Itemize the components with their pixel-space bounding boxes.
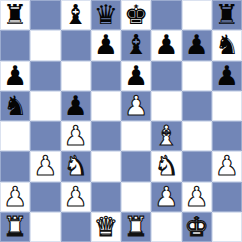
square-d4[interactable] bbox=[91, 121, 121, 151]
black-pawn[interactable]: ♟ bbox=[94, 30, 118, 60]
white-knight[interactable]: ♞ bbox=[154, 151, 178, 181]
white-pawn[interactable]: ♟ bbox=[185, 182, 209, 212]
square-g1[interactable]: ♚ bbox=[182, 212, 212, 242]
black-pawn[interactable]: ♟ bbox=[185, 30, 209, 60]
white-pawn[interactable]: ♟ bbox=[64, 182, 88, 212]
square-h3[interactable]: ♟ bbox=[212, 151, 242, 181]
square-c2[interactable]: ♟ bbox=[61, 182, 91, 212]
square-f3[interactable]: ♞ bbox=[151, 151, 181, 181]
white-pawn[interactable]: ♟ bbox=[124, 91, 148, 121]
square-d5[interactable] bbox=[91, 91, 121, 121]
white-pawn[interactable]: ♟ bbox=[33, 151, 57, 181]
square-h7[interactable]: ♞ bbox=[212, 30, 242, 60]
square-e3[interactable] bbox=[121, 151, 151, 181]
square-f8[interactable] bbox=[151, 0, 181, 30]
square-a6[interactable]: ♟ bbox=[0, 61, 30, 91]
black-pawn[interactable]: ♟ bbox=[154, 30, 178, 60]
square-g8[interactable] bbox=[182, 0, 212, 30]
square-e6[interactable]: ♟ bbox=[121, 61, 151, 91]
square-c1[interactable] bbox=[61, 212, 91, 242]
square-f4[interactable]: ♝ bbox=[151, 121, 181, 151]
square-e2[interactable] bbox=[121, 182, 151, 212]
square-b2[interactable] bbox=[30, 182, 60, 212]
square-b6[interactable] bbox=[30, 61, 60, 91]
black-pawn[interactable]: ♟ bbox=[215, 61, 239, 91]
square-f5[interactable] bbox=[151, 91, 181, 121]
black-rook[interactable]: ♜ bbox=[215, 0, 239, 30]
black-knight[interactable]: ♞ bbox=[215, 30, 239, 60]
black-queen[interactable]: ♛ bbox=[94, 0, 118, 30]
square-d7[interactable]: ♟ bbox=[91, 30, 121, 60]
square-c8[interactable]: ♝ bbox=[61, 0, 91, 30]
black-pawn[interactable]: ♟ bbox=[124, 61, 148, 91]
square-g5[interactable] bbox=[182, 91, 212, 121]
square-d3[interactable] bbox=[91, 151, 121, 181]
black-pawn[interactable]: ♟ bbox=[64, 91, 88, 121]
white-pawn[interactable]: ♟ bbox=[3, 182, 27, 212]
square-h2[interactable] bbox=[212, 182, 242, 212]
square-f6[interactable] bbox=[151, 61, 181, 91]
square-h5[interactable] bbox=[212, 91, 242, 121]
square-a5[interactable]: ♞ bbox=[0, 91, 30, 121]
white-pawn[interactable]: ♟ bbox=[154, 182, 178, 212]
square-h8[interactable]: ♜ bbox=[212, 0, 242, 30]
white-queen[interactable]: ♛ bbox=[94, 212, 118, 242]
black-knight[interactable]: ♞ bbox=[3, 91, 27, 121]
black-bishop[interactable]: ♝ bbox=[64, 0, 88, 30]
square-a1[interactable]: ♜ bbox=[0, 212, 30, 242]
square-b3[interactable]: ♟ bbox=[30, 151, 60, 181]
square-d8[interactable]: ♛ bbox=[91, 0, 121, 30]
black-pawn[interactable]: ♟ bbox=[3, 61, 27, 91]
square-f1[interactable] bbox=[151, 212, 181, 242]
white-pawn[interactable]: ♟ bbox=[64, 121, 88, 151]
white-rook[interactable]: ♜ bbox=[124, 212, 148, 242]
white-rook[interactable]: ♜ bbox=[3, 212, 27, 242]
square-b8[interactable] bbox=[30, 0, 60, 30]
square-c3[interactable]: ♞ bbox=[61, 151, 91, 181]
square-e5[interactable]: ♟ bbox=[121, 91, 151, 121]
square-b4[interactable] bbox=[30, 121, 60, 151]
square-e8[interactable]: ♚ bbox=[121, 0, 151, 30]
square-c4[interactable]: ♟ bbox=[61, 121, 91, 151]
square-a2[interactable]: ♟ bbox=[0, 182, 30, 212]
square-a4[interactable] bbox=[0, 121, 30, 151]
square-b1[interactable] bbox=[30, 212, 60, 242]
square-c5[interactable]: ♟ bbox=[61, 91, 91, 121]
square-e1[interactable]: ♜ bbox=[121, 212, 151, 242]
square-a3[interactable] bbox=[0, 151, 30, 181]
square-h1[interactable] bbox=[212, 212, 242, 242]
black-rook[interactable]: ♜ bbox=[3, 0, 27, 30]
square-e7[interactable]: ♝ bbox=[121, 30, 151, 60]
square-b5[interactable] bbox=[30, 91, 60, 121]
square-f7[interactable]: ♟ bbox=[151, 30, 181, 60]
white-knight[interactable]: ♞ bbox=[64, 151, 88, 181]
chess-board: ♜♝♛♚♜♟♝♟♟♞♟♟♟♞♟♟♟♝♟♞♞♟♟♟♟♟♜♛♜♚ bbox=[0, 0, 242, 242]
square-g2[interactable]: ♟ bbox=[182, 182, 212, 212]
square-f2[interactable]: ♟ bbox=[151, 182, 181, 212]
square-g4[interactable] bbox=[182, 121, 212, 151]
square-c6[interactable] bbox=[61, 61, 91, 91]
black-bishop[interactable]: ♝ bbox=[124, 30, 148, 60]
square-h4[interactable] bbox=[212, 121, 242, 151]
square-e4[interactable] bbox=[121, 121, 151, 151]
square-g6[interactable] bbox=[182, 61, 212, 91]
white-king[interactable]: ♚ bbox=[185, 212, 209, 242]
square-b7[interactable] bbox=[30, 30, 60, 60]
square-g7[interactable]: ♟ bbox=[182, 30, 212, 60]
square-d2[interactable] bbox=[91, 182, 121, 212]
black-king[interactable]: ♚ bbox=[124, 0, 148, 30]
square-d6[interactable] bbox=[91, 61, 121, 91]
white-bishop[interactable]: ♝ bbox=[154, 121, 178, 151]
square-d1[interactable]: ♛ bbox=[91, 212, 121, 242]
white-pawn[interactable]: ♟ bbox=[215, 151, 239, 181]
square-a7[interactable] bbox=[0, 30, 30, 60]
square-c7[interactable] bbox=[61, 30, 91, 60]
square-g3[interactable] bbox=[182, 151, 212, 181]
square-h6[interactable]: ♟ bbox=[212, 61, 242, 91]
square-a8[interactable]: ♜ bbox=[0, 0, 30, 30]
